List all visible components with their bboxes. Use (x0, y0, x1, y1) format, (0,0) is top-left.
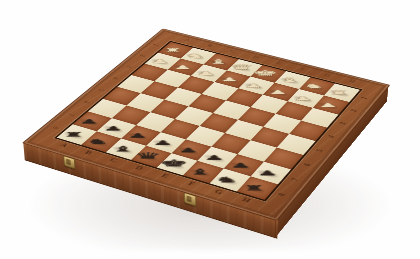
rank-label-right-6: 6 (301, 161, 314, 169)
rank-label-right-5: 5 (313, 147, 326, 154)
rank-label-left-6: 6 (79, 99, 92, 106)
rank-label-right-3: 3 (336, 120, 348, 127)
white-bishop-glyph: ♝ (207, 59, 229, 65)
white-pawn-glyph: ♟ (173, 65, 192, 70)
rank-label-left-5: 5 (94, 87, 107, 93)
white-knight-glyph: ♞ (185, 53, 206, 59)
white-rook-glyph: ♜ (328, 90, 349, 96)
white-king-glyph: ♚ (252, 69, 279, 76)
brass-clasp-center (184, 192, 197, 207)
rank-label-left-1: 1 (149, 42, 161, 48)
rank-label-right-2: 2 (347, 107, 359, 114)
white-pawn-glyph: ♟ (244, 83, 263, 88)
white-rook-glyph: ♜ (163, 48, 182, 53)
white-pawn-glyph: ♟ (318, 102, 338, 108)
chess-set-photo: AABBCCDDEEFFGGHH1122334455667788 ♜♞♝♛♚♝♞… (0, 0, 420, 259)
white-queen-glyph: ♛ (229, 64, 254, 71)
rank-label-right-7: 7 (288, 175, 301, 183)
white-bishop-glyph: ♝ (278, 77, 301, 83)
white-pawn-glyph: ♟ (220, 77, 239, 82)
white-knight-glyph: ♞ (303, 83, 325, 89)
white-pawn-glyph: ♟ (150, 59, 169, 64)
white-pawn-glyph: ♟ (196, 71, 215, 76)
rank-label-right-4: 4 (325, 133, 338, 140)
rank-label-right-1: 1 (358, 95, 370, 101)
white-pawn-glyph: ♟ (268, 89, 288, 95)
rank-label-left-7: 7 (64, 111, 77, 118)
white-pawn-glyph: ♟ (293, 96, 313, 102)
brass-clasp-left (63, 155, 75, 169)
rank-label-left-8: 8 (48, 124, 61, 131)
rank-label-left-2: 2 (136, 53, 148, 59)
rank-label-right-8: 8 (275, 191, 289, 199)
rank-label-left-3: 3 (123, 64, 135, 70)
rank-label-left-4: 4 (109, 75, 121, 81)
